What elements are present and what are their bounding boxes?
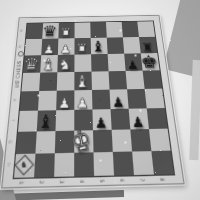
square-b1 <box>25 39 43 56</box>
square-g8 <box>149 129 171 151</box>
chess-board: abcdefgh 12345678 US CHESS ♞ ♛♜♟♟♜♝♜♛♝♞♟… <box>1 15 185 189</box>
square-g4 <box>74 130 93 153</box>
square-a7 <box>122 22 139 38</box>
square-f2 <box>37 110 56 131</box>
square-e8 <box>145 89 165 109</box>
square-c7 <box>124 53 142 71</box>
square-a6 <box>106 22 123 38</box>
square-e5 <box>92 90 111 110</box>
square-g3 <box>55 131 74 154</box>
board-scene: abcdefgh 12345678 US CHESS ♞ ♛♜♟♟♜♝♜♛♝♞♟… <box>14 6 166 172</box>
square-d1 <box>21 73 40 92</box>
square-g2 <box>35 131 55 154</box>
square-b6 <box>107 37 124 54</box>
square-f3 <box>56 110 75 131</box>
film-grain <box>0 0 1 1</box>
board-photo: abcdefgh 12345678 US CHESS ♞ ♛♜♟♟♜♝♜♛♝♞♟… <box>0 0 200 200</box>
square-a4 <box>75 22 91 38</box>
square-f5 <box>92 109 111 130</box>
rank-label-7: 7 <box>139 172 148 189</box>
square-c3 <box>57 55 74 73</box>
file-label-a: a <box>16 29 29 33</box>
square-b2 <box>41 39 58 56</box>
square-e6 <box>110 89 129 109</box>
square-f6 <box>111 109 131 130</box>
square-d6 <box>109 71 128 90</box>
square-d5 <box>91 71 109 90</box>
square-g5 <box>93 130 113 153</box>
file-label-g: g <box>4 139 19 144</box>
square-c5 <box>91 54 108 72</box>
rank-label-5: 5 <box>99 173 107 190</box>
square-g1 <box>16 131 37 154</box>
square-g6 <box>112 129 132 152</box>
square-a2 <box>42 23 59 39</box>
file-label-e: e <box>8 98 22 103</box>
square-g7 <box>130 129 151 151</box>
rank-label-4: 4 <box>79 173 86 190</box>
square-b4 <box>74 38 91 55</box>
square-c8 <box>141 53 160 71</box>
square-d4 <box>74 72 92 91</box>
square-b5 <box>91 38 108 55</box>
square-f4 <box>74 109 93 130</box>
square-f1 <box>18 111 38 132</box>
file-label-b: b <box>14 45 27 49</box>
square-e3 <box>56 90 74 110</box>
square-c6 <box>108 54 126 72</box>
rank-label-8: 8 <box>159 171 168 188</box>
square-d2 <box>39 72 57 91</box>
square-b8 <box>139 37 157 54</box>
square-c2 <box>40 55 58 73</box>
pieces-layer: ♛♜♟♟♜♝♜♛♝♞♟♚♝♟♟♟♝♟♟♚ <box>20 16 159 18</box>
square-e1 <box>20 91 39 111</box>
square-a1 <box>26 23 43 39</box>
square-a8 <box>137 21 155 37</box>
square-f8 <box>147 108 168 129</box>
rank-label-1: 1 <box>18 174 26 191</box>
photo-edge-band <box>0 190 124 200</box>
board-grid <box>13 20 176 179</box>
square-d7 <box>126 71 145 90</box>
rank-label-3: 3 <box>59 174 66 191</box>
square-b3 <box>58 38 75 55</box>
square-e7 <box>127 89 147 109</box>
square-a5 <box>90 22 107 38</box>
square-d8 <box>143 70 163 89</box>
rank-labels: 12345678 <box>12 174 174 188</box>
square-d3 <box>57 72 75 91</box>
square-c4 <box>74 54 91 72</box>
rank-label-2: 2 <box>39 174 47 191</box>
square-a3 <box>58 23 74 39</box>
square-c1 <box>23 55 41 73</box>
rank-label-6: 6 <box>119 172 127 189</box>
square-e2 <box>38 91 57 111</box>
square-e4 <box>74 90 92 110</box>
square-b7 <box>123 37 141 54</box>
square-f7 <box>129 108 149 129</box>
file-label-f: f <box>6 118 21 123</box>
